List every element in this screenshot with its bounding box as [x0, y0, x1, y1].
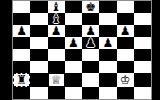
- square-a4[interactable]: [13, 49, 30, 61]
- square-d8[interactable]: [65, 1, 82, 13]
- square-a8[interactable]: [13, 1, 30, 13]
- square-a5[interactable]: [13, 37, 30, 49]
- square-h7[interactable]: [134, 13, 151, 25]
- black-pawn[interactable]: ♟: [102, 37, 113, 49]
- black-pawn[interactable]: ♟: [120, 25, 131, 37]
- square-e8[interactable]: ♚: [82, 1, 99, 13]
- white-queen[interactable]: ♕: [51, 74, 62, 86]
- black-rook[interactable]: ♜: [16, 74, 27, 86]
- square-d5[interactable]: ♟: [65, 37, 82, 49]
- square-d3[interactable]: [65, 61, 82, 73]
- square-b4[interactable]: [30, 49, 47, 61]
- square-c4[interactable]: [48, 49, 65, 61]
- square-d4[interactable]: [65, 49, 82, 61]
- square-b7[interactable]: [30, 13, 47, 25]
- square-b5[interactable]: [30, 37, 47, 49]
- square-e2[interactable]: [82, 73, 99, 87]
- square-f3[interactable]: [99, 61, 116, 73]
- square-a3[interactable]: [13, 61, 30, 73]
- square-h1[interactable]: [134, 87, 151, 99]
- square-c5[interactable]: [48, 37, 65, 49]
- square-h6[interactable]: [134, 25, 151, 37]
- square-a6[interactable]: ♟: [13, 25, 30, 37]
- chess-app-screen: ♝♚♝♟♟♟♟♟♟♟♜♕♔: [0, 0, 160, 100]
- white-king[interactable]: ♔: [120, 74, 131, 86]
- black-pawn[interactable]: ♟: [68, 37, 79, 49]
- square-e7[interactable]: [82, 13, 99, 25]
- black-bishop[interactable]: ♝: [51, 13, 62, 25]
- square-c3[interactable]: [48, 61, 65, 73]
- square-h3[interactable]: [134, 61, 151, 73]
- square-d7[interactable]: [65, 13, 82, 25]
- square-g3[interactable]: [117, 61, 134, 73]
- square-f7[interactable]: [99, 13, 116, 25]
- square-b2[interactable]: [30, 73, 47, 87]
- square-g6[interactable]: ♟: [117, 25, 134, 37]
- square-h2[interactable]: [134, 73, 151, 87]
- square-h5[interactable]: [134, 37, 151, 49]
- square-e4[interactable]: [82, 49, 99, 61]
- square-c1[interactable]: [48, 87, 65, 99]
- chess-board: ♝♚♝♟♟♟♟♟♟♟♜♕♔: [12, 0, 152, 100]
- square-b3[interactable]: [30, 61, 47, 73]
- square-c6[interactable]: ♟: [48, 25, 65, 37]
- square-d6[interactable]: [65, 25, 82, 37]
- square-f4[interactable]: [99, 49, 116, 61]
- square-f6[interactable]: [99, 25, 116, 37]
- square-e1[interactable]: [82, 87, 99, 99]
- square-d2[interactable]: [65, 73, 82, 87]
- square-e6[interactable]: ♟: [82, 25, 99, 37]
- black-pawn[interactable]: ♟: [51, 25, 62, 37]
- square-h8[interactable]: [134, 1, 151, 13]
- square-c8[interactable]: ♝: [48, 1, 65, 13]
- black-pawn[interactable]: ♟: [85, 25, 96, 37]
- square-e3[interactable]: [82, 61, 99, 73]
- square-a7[interactable]: [13, 13, 30, 25]
- square-a1[interactable]: [13, 87, 30, 99]
- square-g4[interactable]: [117, 49, 134, 61]
- black-king[interactable]: ♚: [85, 1, 96, 13]
- square-f1[interactable]: [99, 87, 116, 99]
- black-bishop[interactable]: ♝: [51, 1, 62, 13]
- square-g7[interactable]: [117, 13, 134, 25]
- black-pawn[interactable]: ♟: [85, 37, 96, 49]
- square-g2[interactable]: ♔: [117, 73, 134, 87]
- square-c7[interactable]: ♝: [48, 13, 65, 25]
- square-b1[interactable]: [30, 87, 47, 99]
- square-b8[interactable]: [30, 1, 47, 13]
- square-b6[interactable]: [30, 25, 47, 37]
- square-g8[interactable]: [117, 1, 134, 13]
- square-a2[interactable]: ♜: [13, 73, 30, 87]
- square-f8[interactable]: [99, 1, 116, 13]
- square-c2[interactable]: ♕: [48, 73, 65, 87]
- square-f2[interactable]: [99, 73, 116, 87]
- black-pawn[interactable]: ♟: [16, 25, 27, 37]
- square-g5[interactable]: [117, 37, 134, 49]
- square-g1[interactable]: [117, 87, 134, 99]
- square-h4[interactable]: [134, 49, 151, 61]
- square-f5[interactable]: ♟: [99, 37, 116, 49]
- square-d1[interactable]: [65, 87, 82, 99]
- square-e5[interactable]: ♟: [82, 37, 99, 49]
